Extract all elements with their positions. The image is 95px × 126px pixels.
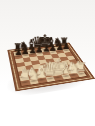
file-label-b: b (33, 85, 38, 88)
file-label-f: f (66, 80, 71, 82)
file-label-g: g (74, 79, 79, 81)
file-label-a: a (24, 86, 29, 89)
file-label-e: e (58, 81, 63, 83)
product-photo[interactable]: aabbccddeeffgghh8877665544332211 ♜♞♝♛♚♝♞… (0, 0, 95, 126)
rank-label-5: 5 (12, 64, 16, 66)
file-label-d: d (49, 82, 54, 84)
file-label-c: c (41, 84, 46, 87)
file-label-h: h (82, 77, 87, 79)
piece-glyph: ♜ (14, 70, 37, 83)
